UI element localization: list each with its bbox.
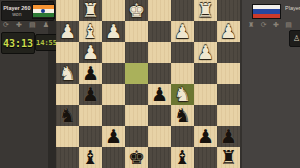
secondary-clock-value: 14:55 [36, 39, 57, 47]
square-a8[interactable]: ♜ [217, 147, 240, 168]
square-f7[interactable]: ♟ [102, 126, 125, 147]
piece-bP-b7: ♟ [194, 126, 217, 147]
square-b1[interactable]: ♜ [194, 0, 217, 21]
square-d8[interactable] [148, 147, 171, 168]
opponent-name-cropped: Player [285, 5, 300, 13]
square-a2[interactable]: ♟ [217, 21, 240, 42]
piece-bP-f7: ♟ [102, 126, 125, 147]
rotate-icon[interactable]: ⟳ [261, 22, 267, 29]
square-d5[interactable]: ♟ [148, 84, 171, 105]
captured-pieces-icon[interactable]: ♟ [43, 22, 49, 29]
india-flag-icon [32, 4, 55, 19]
square-a6[interactable] [217, 105, 240, 126]
player-status: won [12, 12, 21, 17]
square-d6[interactable] [148, 105, 171, 126]
left-icon-row: ⟳✚▤♟ [3, 19, 49, 31]
square-d2[interactable] [148, 21, 171, 42]
piece-bP-g4: ♟ [79, 63, 102, 84]
square-g7[interactable] [79, 126, 102, 147]
chess-app-screen: Player 260 won ⟳✚▤♟ 43:13 14:55 ♜♚♜♟♝♟♟♟… [0, 0, 300, 168]
square-a3[interactable] [217, 42, 240, 63]
main-clock: 43:13 [1, 32, 35, 54]
square-e6[interactable] [125, 105, 148, 126]
square-c3[interactable] [171, 42, 194, 63]
square-c2[interactable]: ♟ [171, 21, 194, 42]
square-h7[interactable] [56, 126, 79, 147]
piece-wP-b3: ♟ [194, 42, 217, 63]
menu-icon[interactable]: ▤ [285, 22, 292, 29]
square-g3[interactable]: ♟ [79, 42, 102, 63]
piece-bN-h6: ♞ [56, 105, 79, 126]
square-f8[interactable] [102, 147, 125, 168]
piece-wB-g2: ♝ [79, 21, 102, 42]
square-e4[interactable] [125, 63, 148, 84]
captured-pieces-icon[interactable]: ♜ [248, 22, 254, 29]
piece-wP-a2: ♟ [217, 21, 240, 42]
square-c4[interactable] [171, 63, 194, 84]
square-f4[interactable] [102, 63, 125, 84]
piece-bB-c8: ♝ [171, 147, 194, 168]
piece-bR-a8: ♜ [217, 147, 240, 168]
piece-wN-h4: ♞ [56, 63, 79, 84]
piece-wP-c2: ♟ [171, 21, 194, 42]
square-b6[interactable] [194, 105, 217, 126]
square-d3[interactable] [148, 42, 171, 63]
square-d1[interactable] [148, 0, 171, 21]
square-a7[interactable]: ♟ [217, 126, 240, 147]
square-b3[interactable]: ♟ [194, 42, 217, 63]
square-b8[interactable] [194, 147, 217, 168]
square-a4[interactable] [217, 63, 240, 84]
plus-icon[interactable]: ✚ [273, 22, 279, 29]
square-h3[interactable] [56, 42, 79, 63]
square-a5[interactable] [217, 84, 240, 105]
captured-piece-glyph: ♙ [293, 34, 300, 43]
piece-bP-a7: ♟ [217, 126, 240, 147]
plus-icon[interactable]: ✚ [16, 22, 22, 29]
square-h6[interactable]: ♞ [56, 105, 79, 126]
square-f2[interactable]: ♟ [102, 21, 125, 42]
square-g4[interactable]: ♟ [79, 63, 102, 84]
piece-wP-h2: ♟ [56, 21, 79, 42]
square-b5[interactable] [194, 84, 217, 105]
square-g6[interactable] [79, 105, 102, 126]
square-c1[interactable] [171, 0, 194, 21]
square-e2[interactable] [125, 21, 148, 42]
square-h8[interactable] [56, 147, 79, 168]
square-e7[interactable] [125, 126, 148, 147]
square-h4[interactable]: ♞ [56, 63, 79, 84]
moves-icon[interactable]: ▤ [29, 22, 36, 29]
square-f1[interactable] [102, 0, 125, 21]
rotate-icon[interactable]: ⟳ [3, 22, 9, 29]
piece-wR-b1: ♜ [194, 0, 217, 21]
square-f6[interactable] [102, 105, 125, 126]
square-b7[interactable]: ♟ [194, 126, 217, 147]
square-e8[interactable]: ♚ [125, 147, 148, 168]
piece-bP-d5: ♟ [148, 84, 171, 105]
square-a1[interactable] [217, 0, 240, 21]
right-icon-row: ♜⟳✚▤ [248, 20, 292, 31]
square-b4[interactable] [194, 63, 217, 84]
right-player-panel: Player ♜⟳✚▤ ♙ [240, 0, 300, 168]
square-c7[interactable] [171, 126, 194, 147]
square-c6[interactable]: ♞ [171, 105, 194, 126]
piece-bK-e8: ♚ [125, 147, 148, 168]
square-g2[interactable]: ♝ [79, 21, 102, 42]
square-h1[interactable] [56, 0, 79, 21]
left-player-panel: Player 260 won ⟳✚▤♟ 43:13 14:55 [0, 0, 56, 168]
square-h5[interactable] [56, 84, 79, 105]
square-e1[interactable]: ♚ [125, 0, 148, 21]
square-d7[interactable] [148, 126, 171, 147]
piece-wK-e1: ♚ [125, 0, 148, 21]
piece-bB-g8: ♝ [79, 147, 102, 168]
piece-wP-g3: ♟ [79, 42, 102, 63]
square-f3[interactable] [102, 42, 125, 63]
square-g5[interactable]: ♟ [79, 84, 102, 105]
square-c5[interactable]: ♞ [171, 84, 194, 105]
russia-flag-icon [252, 4, 281, 19]
square-d4[interactable] [148, 63, 171, 84]
secondary-clock: 14:55 [35, 34, 58, 51]
square-g1[interactable]: ♜ [79, 0, 102, 21]
square-e5[interactable] [125, 84, 148, 105]
player-name-bar: Player 260 won [1, 1, 54, 21]
piece-wP-f2: ♟ [102, 21, 125, 42]
captured-piece-chip: ♙ [289, 30, 300, 47]
piece-wR-g1: ♜ [79, 0, 102, 21]
square-e3[interactable] [125, 42, 148, 63]
square-f5[interactable] [102, 84, 125, 105]
chess-board[interactable]: ♜♚♜♟♝♟♟♟♟♟♞♟♟♟♞♞♞♟♟♟♝♚♝♜ [56, 0, 240, 168]
square-b2[interactable] [194, 21, 217, 42]
piece-bP-g5: ♟ [79, 84, 102, 105]
piece-bN-c6: ♞ [171, 105, 194, 126]
main-clock-value: 43:13 [3, 38, 33, 49]
square-h2[interactable]: ♟ [56, 21, 79, 42]
square-g8[interactable]: ♝ [79, 147, 102, 168]
square-c8[interactable]: ♝ [171, 147, 194, 168]
piece-wN-c5: ♞ [171, 84, 194, 105]
player-name: Player 260 [3, 5, 30, 11]
